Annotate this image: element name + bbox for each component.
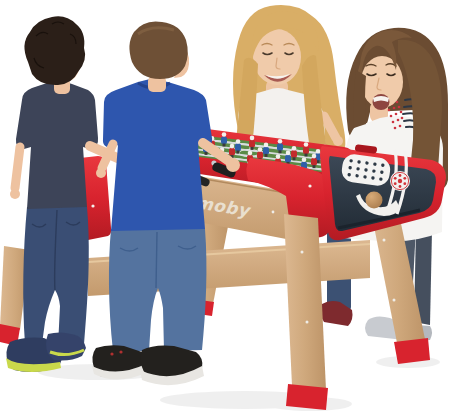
- photo-canvas: Smoby: [0, 0, 450, 419]
- club-badge: [390, 171, 410, 191]
- screw: [308, 184, 311, 187]
- screw: [91, 204, 94, 207]
- boy-center-tshirt: [103, 79, 212, 231]
- screw: [393, 299, 396, 302]
- table-foot-front-right: [286, 384, 328, 410]
- screw: [306, 321, 309, 324]
- screw: [383, 239, 386, 242]
- lace-detail: [110, 352, 113, 355]
- girl-blonde-hand: [333, 136, 343, 146]
- boy-center-hand: [96, 168, 106, 178]
- table-foot-rear-right: [394, 338, 430, 364]
- boy-center-fist-on-handle: [226, 158, 240, 172]
- boy-center-hair: [129, 21, 187, 79]
- wooden-ball: [366, 192, 383, 209]
- boy-left-arm: [15, 147, 20, 188]
- lace-detail: [119, 350, 122, 353]
- screw: [301, 251, 304, 254]
- table-leg-front-right: [284, 214, 326, 390]
- girl-brunette-hair-strand: [353, 70, 366, 128]
- screw: [272, 211, 275, 214]
- product-photo-foosball-table: Smoby: [0, 0, 450, 419]
- boy-left-hair: [24, 16, 85, 85]
- boy-left-hand: [10, 189, 20, 199]
